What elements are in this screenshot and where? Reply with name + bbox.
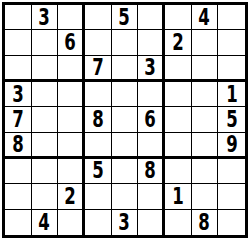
cell-r6c8[interactable] <box>192 133 219 159</box>
cell-r3c2[interactable] <box>32 56 59 82</box>
given-digit: 7 <box>12 108 24 131</box>
cell-r4c3[interactable] <box>58 82 85 107</box>
cell-r7c3[interactable] <box>58 159 85 184</box>
cell-r4c4[interactable] <box>85 82 112 107</box>
cell-r1c9[interactable] <box>218 5 245 30</box>
cell-r3c1[interactable] <box>5 56 32 82</box>
cell-r3c8[interactable] <box>192 56 219 82</box>
given-digit: 5 <box>119 6 131 29</box>
cell-r3c5[interactable] <box>112 56 139 82</box>
cell-r4c7[interactable] <box>165 82 192 107</box>
cell-r9c3[interactable] <box>58 210 85 235</box>
cell-r1c4[interactable] <box>85 5 112 30</box>
given-digit: 7 <box>92 56 104 79</box>
cell-r6c9[interactable]: 9 <box>218 133 245 159</box>
cell-r6c5[interactable] <box>112 133 139 159</box>
cell-r8c1[interactable] <box>5 184 32 209</box>
cell-r2c8[interactable] <box>192 30 219 55</box>
given-digit: 6 <box>64 31 76 54</box>
cell-r7c4[interactable]: 5 <box>85 159 112 184</box>
cell-r5c7[interactable] <box>165 107 192 132</box>
cell-r2c1[interactable] <box>5 30 32 55</box>
cell-r3c6[interactable]: 3 <box>138 56 165 82</box>
cell-r2c2[interactable] <box>32 30 59 55</box>
cell-r7c2[interactable] <box>32 159 59 184</box>
cell-r8c2[interactable] <box>32 184 59 209</box>
cell-r1c5[interactable]: 5 <box>112 5 139 30</box>
cell-r3c3[interactable] <box>58 56 85 82</box>
cell-r5c4[interactable]: 8 <box>85 107 112 132</box>
cell-r7c7[interactable] <box>165 159 192 184</box>
given-digit: 8 <box>12 133 24 156</box>
cell-r9c7[interactable] <box>165 210 192 235</box>
cell-r9c6[interactable] <box>138 210 165 235</box>
cell-r6c1[interactable]: 8 <box>5 133 32 159</box>
cell-r1c6[interactable] <box>138 5 165 30</box>
cell-r4c1[interactable]: 3 <box>5 82 32 107</box>
cell-r8c3[interactable]: 2 <box>58 184 85 209</box>
cell-r2c5[interactable] <box>112 30 139 55</box>
given-digit: 3 <box>39 6 51 29</box>
cell-r8c5[interactable] <box>112 184 139 209</box>
cell-r2c6[interactable] <box>138 30 165 55</box>
cell-r9c9[interactable] <box>218 210 245 235</box>
cell-r1c7[interactable] <box>165 5 192 30</box>
cell-r4c2[interactable] <box>32 82 59 107</box>
cell-r5c8[interactable] <box>192 107 219 132</box>
cell-r9c1[interactable] <box>5 210 32 235</box>
cell-r4c8[interactable] <box>192 82 219 107</box>
cell-r4c6[interactable] <box>138 82 165 107</box>
cell-r8c4[interactable] <box>85 184 112 209</box>
cell-r9c4[interactable] <box>85 210 112 235</box>
cell-r2c7[interactable]: 2 <box>165 30 192 55</box>
given-digit: 2 <box>64 185 76 208</box>
given-digit: 3 <box>12 83 24 106</box>
cell-r6c6[interactable] <box>138 133 165 159</box>
cell-r6c2[interactable] <box>32 133 59 159</box>
cell-r2c3[interactable]: 6 <box>58 30 85 55</box>
cell-r7c1[interactable] <box>5 159 32 184</box>
cell-r2c9[interactable] <box>218 30 245 55</box>
cell-r1c8[interactable]: 4 <box>192 5 219 30</box>
cell-r1c3[interactable] <box>58 5 85 30</box>
cell-r8c8[interactable] <box>192 184 219 209</box>
given-digit: 1 <box>172 185 184 208</box>
cell-r5c5[interactable] <box>112 107 139 132</box>
cell-r1c1[interactable] <box>5 5 32 30</box>
cell-r1c2[interactable]: 3 <box>32 5 59 30</box>
cell-r9c5[interactable]: 3 <box>112 210 139 235</box>
given-digit: 9 <box>226 133 238 156</box>
sudoku-board: 3546273317865895821438 <box>2 2 248 238</box>
cell-r7c5[interactable] <box>112 159 139 184</box>
cell-r3c4[interactable]: 7 <box>85 56 112 82</box>
cell-r8c7[interactable]: 1 <box>165 184 192 209</box>
cell-r6c3[interactable] <box>58 133 85 159</box>
cell-r8c6[interactable] <box>138 184 165 209</box>
cell-r9c2[interactable]: 4 <box>32 210 59 235</box>
cell-r4c5[interactable] <box>112 82 139 107</box>
given-digit: 3 <box>119 211 131 234</box>
cell-r5c2[interactable] <box>32 107 59 132</box>
cell-r6c7[interactable] <box>165 133 192 159</box>
cell-r5c1[interactable]: 7 <box>5 107 32 132</box>
given-digit: 8 <box>144 159 156 182</box>
cell-r9c8[interactable]: 8 <box>192 210 219 235</box>
cell-r7c6[interactable]: 8 <box>138 159 165 184</box>
cell-r3c9[interactable] <box>218 56 245 82</box>
cell-r3c7[interactable] <box>165 56 192 82</box>
cell-r8c9[interactable] <box>218 184 245 209</box>
cell-r4c9[interactable]: 1 <box>218 82 245 107</box>
cell-r7c8[interactable] <box>192 159 219 184</box>
given-digit: 5 <box>226 108 238 131</box>
cell-r2c4[interactable] <box>85 30 112 55</box>
cell-r6c4[interactable] <box>85 133 112 159</box>
given-digit: 4 <box>199 6 211 29</box>
given-digit: 3 <box>144 56 156 79</box>
given-digit: 6 <box>144 108 156 131</box>
given-digit: 8 <box>92 108 104 131</box>
given-digit: 8 <box>199 211 211 234</box>
cell-r5c9[interactable]: 5 <box>218 107 245 132</box>
given-digit: 4 <box>39 211 51 234</box>
cell-r7c9[interactable] <box>218 159 245 184</box>
given-digit: 2 <box>172 31 184 54</box>
given-digit: 1 <box>226 83 238 106</box>
given-digit: 5 <box>92 159 104 182</box>
cell-r5c6[interactable]: 6 <box>138 107 165 132</box>
cell-r5c3[interactable] <box>58 107 85 132</box>
